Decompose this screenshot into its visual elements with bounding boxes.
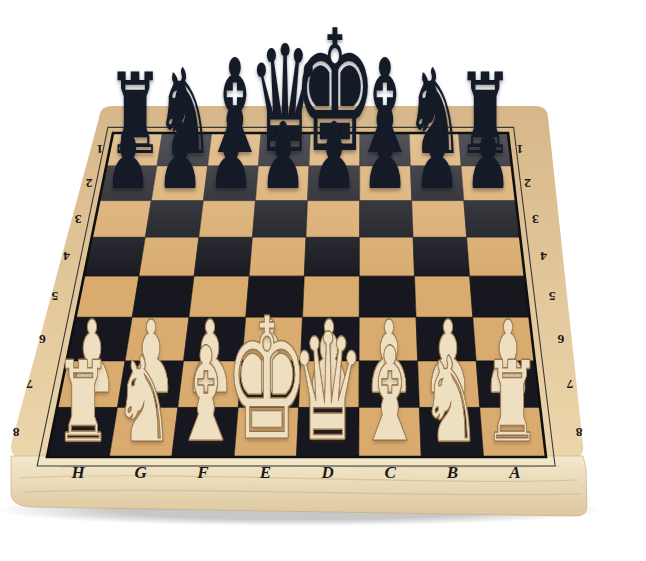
black-pawn-glyph: ♟ [462, 111, 514, 203]
rank-label-left-4: 4 [63, 249, 70, 264]
piece-black-pawn-A2[interactable]: ♟ [442, 111, 534, 203]
rank-label-left-8: 8 [12, 425, 19, 440]
rank-label-left-5: 5 [51, 289, 58, 304]
rank-label-right-6: 6 [557, 332, 564, 347]
white-rook-glyph: ♜ [481, 346, 544, 458]
rank-label-left-3: 3 [75, 212, 82, 227]
rank-label-right-8: 8 [576, 425, 583, 440]
piece-white-rook-A8[interactable]: ♜ [456, 346, 568, 458]
rank-label-right-4: 4 [540, 249, 547, 264]
rank-label-right-5: 5 [548, 289, 555, 304]
chess-photo-scene: HGFEDCBA1122334455667788♜♞♝♛♚♝♞♜♟♟♟♟♟♟♟♟… [0, 0, 646, 561]
rank-label-right-3: 3 [532, 212, 539, 227]
